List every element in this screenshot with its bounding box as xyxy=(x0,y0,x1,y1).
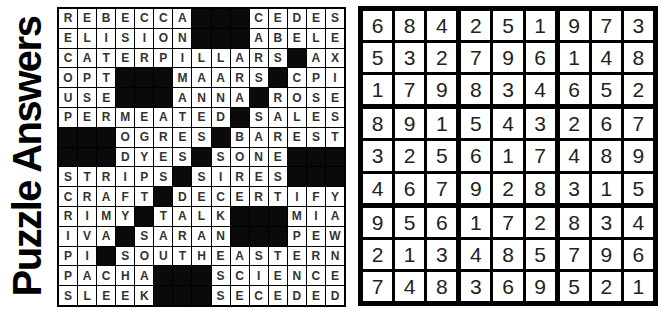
sudoku-cell: 5 xyxy=(526,240,555,269)
crossword-letter-cell: H xyxy=(192,247,210,266)
crossword-letter-cell: E xyxy=(307,227,325,246)
crossword-letter-cell: O xyxy=(154,29,172,48)
sudoku-cell: 2 xyxy=(526,208,555,237)
sudoku-cell: 2 xyxy=(427,43,456,72)
crossword-letter-cell: D xyxy=(326,286,344,305)
crossword-letter-cell: C xyxy=(231,266,249,285)
crossword-letter-cell: R xyxy=(59,207,77,226)
crossword-letter-cell: L xyxy=(78,29,96,48)
crossword-letter-cell: E xyxy=(192,187,210,206)
crossword-block-cell xyxy=(231,227,249,246)
sudoku-cell: 6 xyxy=(526,43,555,72)
sudoku-cell: 9 xyxy=(592,240,621,269)
crossword-letter-cell: A xyxy=(250,29,268,48)
crossword-block-cell xyxy=(59,148,77,167)
crossword-letter-cell: A xyxy=(231,49,249,68)
crossword-letter-cell: R xyxy=(97,108,115,127)
crossword-block-cell xyxy=(97,247,115,266)
crossword-block-cell xyxy=(192,148,210,167)
crossword-letter-cell: R xyxy=(78,187,96,206)
crossword-letter-cell: I xyxy=(97,29,115,48)
crossword-letter-cell: P xyxy=(59,108,77,127)
sudoku-cell: 5 xyxy=(592,75,621,104)
crossword-letter-cell: R xyxy=(173,227,191,246)
crossword-letter-cell: O xyxy=(135,247,153,266)
crossword-block-cell xyxy=(288,49,306,68)
crossword-letter-cell: I xyxy=(78,247,96,266)
crossword-letter-cell: L xyxy=(288,108,306,127)
crossword-letter-cell: S xyxy=(307,88,325,107)
crossword-letter-cell: S xyxy=(192,128,210,147)
crossword-letter-cell: S xyxy=(154,167,172,186)
crossword-block-cell xyxy=(154,286,172,305)
crossword-letter-cell: A xyxy=(78,266,96,285)
crossword-letter-cell: A xyxy=(97,227,115,246)
crossword-block-cell xyxy=(192,266,210,285)
crossword-block-cell xyxy=(192,9,210,28)
crossword-letter-cell: N xyxy=(250,148,268,167)
crossword-letter-cell: S xyxy=(269,49,287,68)
crossword-letter-cell: E xyxy=(326,29,344,48)
sudoku-cell: 4 xyxy=(592,43,621,72)
crossword-letter-cell: F xyxy=(307,187,325,206)
sudoku-cell: 8 xyxy=(526,174,555,203)
sudoku-cell: 8 xyxy=(461,75,490,104)
crossword-letter-cell: K xyxy=(212,207,230,226)
crossword-block-cell xyxy=(269,207,287,226)
crossword-letter-cell: I xyxy=(78,207,96,226)
crossword-letter-cell: C xyxy=(59,187,77,206)
crossword-letter-cell: P xyxy=(307,68,325,87)
sudoku-cell: 8 xyxy=(363,109,392,138)
crossword-letter-cell: A xyxy=(307,49,325,68)
sudoku-cell: 7 xyxy=(592,11,621,40)
crossword-letter-cell: M xyxy=(173,68,191,87)
crossword-letter-cell: C xyxy=(97,266,115,285)
crossword-letter-cell: E xyxy=(212,247,230,266)
crossword-letter-cell: E xyxy=(97,88,115,107)
crossword-letter-cell: A xyxy=(135,266,153,285)
sudoku-cell: 3 xyxy=(624,11,653,40)
sudoku-grid: 6845321792517968349731486528913254675436… xyxy=(358,6,658,306)
crossword-letter-cell: A xyxy=(192,227,210,246)
crossword-letter-cell: K xyxy=(135,286,153,305)
crossword-block-cell xyxy=(326,148,344,167)
crossword-letter-cell: S xyxy=(250,108,268,127)
crossword-block-cell xyxy=(269,68,287,87)
sudoku-cell: 6 xyxy=(461,141,490,170)
crossword-letter-cell: A xyxy=(78,49,96,68)
sudoku-cell: 2 xyxy=(395,141,424,170)
crossword-letter-cell: C xyxy=(135,9,153,28)
crossword-letter-cell: C xyxy=(250,9,268,28)
crossword-block-cell xyxy=(154,88,172,107)
sudoku-cell: 5 xyxy=(560,272,589,301)
crossword-letter-cell: M xyxy=(288,207,306,226)
crossword-letter-cell: A xyxy=(231,88,249,107)
crossword-letter-cell: A xyxy=(173,9,191,28)
sudoku-cell: 6 xyxy=(624,240,653,269)
crossword-letter-cell: R xyxy=(59,9,77,28)
sudoku-box: 267489315 xyxy=(560,109,653,202)
sudoku-cell: 7 xyxy=(395,75,424,104)
crossword-letter-cell: I xyxy=(307,207,325,226)
crossword-letter-cell: I xyxy=(250,266,268,285)
crossword-block-cell xyxy=(173,286,191,305)
sudoku-cell: 8 xyxy=(493,240,522,269)
crossword-letter-cell: S xyxy=(59,286,77,305)
sudoku-cell: 6 xyxy=(427,208,456,237)
crossword-letter-cell: R xyxy=(231,68,249,87)
crossword-letter-cell: E xyxy=(59,29,77,48)
crossword-block-cell xyxy=(173,167,191,186)
crossword-letter-cell: W xyxy=(326,227,344,246)
page-title-wrap: Puzzle Answers xyxy=(0,0,56,313)
crossword-letter-cell: R xyxy=(269,128,287,147)
crossword-block-cell xyxy=(135,88,153,107)
sudoku-cell: 4 xyxy=(363,174,392,203)
crossword-letter-cell: C xyxy=(212,187,230,206)
crossword-letter-cell: P xyxy=(288,227,306,246)
crossword-block-cell xyxy=(212,29,230,48)
crossword-letter-cell: L xyxy=(78,286,96,305)
crossword-block-cell xyxy=(78,128,96,147)
crossword-block-cell xyxy=(59,128,77,147)
crossword-block-cell xyxy=(231,108,249,127)
sudoku-cell: 7 xyxy=(526,141,555,170)
crossword-letter-cell: Y xyxy=(326,187,344,206)
sudoku-cell: 9 xyxy=(427,75,456,104)
crossword-letter-cell: S xyxy=(59,167,77,186)
crossword-letter-cell: D xyxy=(288,286,306,305)
crossword-letter-cell: L xyxy=(307,29,325,48)
sudoku-cell: 7 xyxy=(363,272,392,301)
sudoku-cell: 6 xyxy=(592,109,621,138)
crossword-letter-cell: C xyxy=(250,286,268,305)
crossword-block-cell xyxy=(250,207,268,226)
crossword-block-cell xyxy=(288,148,306,167)
crossword-letter-cell: P xyxy=(59,266,77,285)
crossword-letter-cell: E xyxy=(116,286,134,305)
crossword-letter-cell: C xyxy=(288,68,306,87)
crossword-letter-cell: I xyxy=(212,167,230,186)
crossword-letter-cell: L xyxy=(212,49,230,68)
crossword-letter-cell: D xyxy=(173,187,191,206)
sudoku-cell: 7 xyxy=(461,43,490,72)
crossword-block-cell xyxy=(231,207,249,226)
crossword-block-cell xyxy=(116,68,134,87)
crossword-letter-cell: E xyxy=(78,108,96,127)
crossword-letter-cell: T xyxy=(269,247,287,266)
crossword-letter-cell: D xyxy=(212,108,230,127)
crossword-letter-cell: N xyxy=(192,88,210,107)
crossword-letter-cell: T xyxy=(326,128,344,147)
sudoku-cell: 5 xyxy=(624,174,653,203)
sudoku-cell: 9 xyxy=(526,272,555,301)
sudoku-cell: 5 xyxy=(493,11,522,40)
sudoku-cell: 9 xyxy=(395,109,424,138)
crossword-letter-cell: I xyxy=(59,227,77,246)
sudoku-cell: 2 xyxy=(461,11,490,40)
crossword-block-cell xyxy=(288,167,306,186)
sudoku-cell: 1 xyxy=(461,208,490,237)
crossword-letter-cell: E xyxy=(116,49,134,68)
crossword-letter-cell: Y xyxy=(116,207,134,226)
sudoku-cell: 6 xyxy=(560,75,589,104)
crossword-block-cell xyxy=(154,266,172,285)
crossword-letter-cell: O xyxy=(59,68,77,87)
crossword-letter-cell: E xyxy=(231,286,249,305)
crossword-letter-cell: T xyxy=(78,167,96,186)
crossword-letter-cell: S xyxy=(192,167,210,186)
crossword-letter-cell: B xyxy=(269,29,287,48)
crossword-letter-cell: L xyxy=(192,49,210,68)
sudoku-box: 973148652 xyxy=(560,11,653,104)
crossword-letter-cell: S xyxy=(326,108,344,127)
crossword-letter-cell: A xyxy=(326,207,344,226)
crossword-letter-cell: E xyxy=(269,148,287,167)
sudoku-box: 684532179 xyxy=(363,11,456,104)
crossword-grid: REBECCACEDESELISIONABELECATERPILLARSAXOP… xyxy=(57,7,346,307)
sudoku-cell: 1 xyxy=(560,43,589,72)
sudoku-cell: 1 xyxy=(427,109,456,138)
sudoku-cell: 8 xyxy=(427,272,456,301)
crossword-block-cell xyxy=(97,128,115,147)
crossword-letter-cell: X xyxy=(326,49,344,68)
crossword-letter-cell: C xyxy=(59,49,77,68)
sudoku-cell: 9 xyxy=(560,11,589,40)
crossword-letter-cell: S xyxy=(135,227,153,246)
sudoku-cell: 1 xyxy=(592,174,621,203)
crossword-block-cell xyxy=(307,148,325,167)
crossword-block-cell xyxy=(116,227,134,246)
crossword-letter-cell: E xyxy=(78,9,96,28)
crossword-letter-cell: E xyxy=(97,286,115,305)
sudoku-cell: 4 xyxy=(493,109,522,138)
sudoku-cell: 9 xyxy=(493,43,522,72)
crossword-block-cell xyxy=(192,29,210,48)
sudoku-box: 891325467 xyxy=(363,109,456,202)
crossword-letter-cell: A xyxy=(192,68,210,87)
sudoku-cell: 9 xyxy=(624,141,653,170)
crossword-letter-cell: S xyxy=(307,128,325,147)
crossword-block-cell xyxy=(250,88,268,107)
crossword-letter-cell: G xyxy=(135,128,153,147)
crossword-letter-cell: I xyxy=(116,167,134,186)
sudoku-box: 834796521 xyxy=(560,208,653,301)
sudoku-cell: 6 xyxy=(395,174,424,203)
crossword-letter-cell: T xyxy=(135,187,153,206)
sudoku-cell: 5 xyxy=(395,208,424,237)
crossword-letter-cell: E xyxy=(269,9,287,28)
crossword-letter-cell: C xyxy=(307,266,325,285)
sudoku-cell: 1 xyxy=(363,75,392,104)
sudoku-cell: 6 xyxy=(363,11,392,40)
crossword-letter-cell: R xyxy=(250,187,268,206)
crossword-block-cell xyxy=(269,227,287,246)
crossword-letter-cell: V xyxy=(78,227,96,246)
crossword-letter-cell: S xyxy=(250,68,268,87)
crossword-block-cell xyxy=(192,286,210,305)
crossword-letter-cell: P xyxy=(78,68,96,87)
crossword-letter-cell: S xyxy=(212,266,230,285)
crossword-letter-cell: I xyxy=(326,68,344,87)
crossword-letter-cell: S xyxy=(116,29,134,48)
sudoku-cell: 4 xyxy=(461,240,490,269)
crossword-letter-cell: N xyxy=(326,247,344,266)
crossword-block-cell xyxy=(231,9,249,28)
crossword-letter-cell: T xyxy=(97,49,115,68)
crossword-letter-cell: R xyxy=(97,167,115,186)
crossword-letter-cell: C xyxy=(154,9,172,28)
crossword-letter-cell: N xyxy=(212,227,230,246)
sudoku-cell: 7 xyxy=(493,208,522,237)
crossword-letter-cell: A xyxy=(173,207,191,226)
crossword-letter-cell: D xyxy=(116,148,134,167)
crossword-block-cell xyxy=(212,128,230,147)
sudoku-cell: 1 xyxy=(493,141,522,170)
sudoku-cell: 8 xyxy=(624,43,653,72)
sudoku-cell: 3 xyxy=(560,174,589,203)
sudoku-cell: 2 xyxy=(624,75,653,104)
crossword-block-cell xyxy=(173,266,191,285)
sudoku-cell: 3 xyxy=(526,109,555,138)
sudoku-cell: 7 xyxy=(560,240,589,269)
crossword-letter-cell: S xyxy=(212,148,230,167)
crossword-letter-cell: N xyxy=(288,266,306,285)
crossword-letter-cell: L xyxy=(192,207,210,226)
crossword-letter-cell: O xyxy=(116,128,134,147)
crossword-letter-cell: E xyxy=(173,128,191,147)
crossword-letter-cell: E xyxy=(307,9,325,28)
crossword-letter-cell: E xyxy=(116,9,134,28)
sudoku-cell: 5 xyxy=(363,43,392,72)
crossword-letter-cell: R xyxy=(231,167,249,186)
sudoku-cell: 3 xyxy=(395,43,424,72)
crossword-block-cell xyxy=(135,68,153,87)
crossword-letter-cell: E xyxy=(288,247,306,266)
sudoku-box: 251796834 xyxy=(461,11,554,104)
crossword-letter-cell: A xyxy=(97,187,115,206)
crossword-letter-cell: E xyxy=(288,128,306,147)
crossword-letter-cell: S xyxy=(269,167,287,186)
crossword-letter-cell: A xyxy=(269,108,287,127)
sudoku-cell: 4 xyxy=(526,75,555,104)
sudoku-cell: 8 xyxy=(395,11,424,40)
crossword-letter-cell: B xyxy=(97,9,115,28)
crossword-letter-cell: E xyxy=(135,108,153,127)
crossword-letter-cell: S xyxy=(116,247,134,266)
crossword-letter-cell: S xyxy=(173,148,191,167)
crossword-letter-cell: T xyxy=(173,247,191,266)
crossword-letter-cell: F xyxy=(116,187,134,206)
crossword-letter-cell: R xyxy=(154,128,172,147)
crossword-letter-cell: A xyxy=(212,68,230,87)
sudoku-cell: 9 xyxy=(363,208,392,237)
crossword-letter-cell: N xyxy=(212,88,230,107)
crossword-letter-cell: I xyxy=(173,49,191,68)
crossword-block-cell xyxy=(154,187,172,206)
crossword-letter-cell: E xyxy=(269,266,287,285)
crossword-letter-cell: O xyxy=(288,88,306,107)
crossword-letter-cell: N xyxy=(173,29,191,48)
sudoku-cell: 4 xyxy=(427,11,456,40)
crossword-letter-cell: B xyxy=(231,128,249,147)
crossword-block-cell xyxy=(250,227,268,246)
crossword-letter-cell: P xyxy=(154,49,172,68)
sudoku-cell: 3 xyxy=(363,141,392,170)
crossword-letter-cell: O xyxy=(231,148,249,167)
crossword-block-cell xyxy=(326,167,344,186)
crossword-letter-cell: R xyxy=(135,49,153,68)
sudoku-cell: 1 xyxy=(526,11,555,40)
crossword-letter-cell: M xyxy=(97,207,115,226)
crossword-letter-cell: E xyxy=(307,286,325,305)
sudoku-cell: 1 xyxy=(624,272,653,301)
crossword-letter-cell: I xyxy=(288,187,306,206)
crossword-letter-cell: E xyxy=(231,187,249,206)
crossword-letter-cell: R xyxy=(250,49,268,68)
crossword-letter-cell: E xyxy=(326,88,344,107)
sudoku-cell: 3 xyxy=(493,75,522,104)
crossword-letter-cell: D xyxy=(288,9,306,28)
crossword-letter-cell: P xyxy=(135,167,153,186)
crossword-block-cell xyxy=(97,148,115,167)
sudoku-cell: 3 xyxy=(427,240,456,269)
sudoku-cell: 7 xyxy=(427,174,456,203)
sudoku-cell: 5 xyxy=(461,109,490,138)
sudoku-cell: 2 xyxy=(592,272,621,301)
crossword-letter-cell: R xyxy=(307,247,325,266)
crossword-letter-cell: T xyxy=(269,187,287,206)
crossword-letter-cell: T xyxy=(97,68,115,87)
crossword-letter-cell: S xyxy=(212,286,230,305)
crossword-block-cell xyxy=(307,167,325,186)
sudoku-cell: 1 xyxy=(395,240,424,269)
crossword-letter-cell: U xyxy=(59,88,77,107)
crossword-letter-cell: H xyxy=(116,266,134,285)
crossword-letter-cell: S xyxy=(326,9,344,28)
sudoku-cell: 4 xyxy=(560,141,589,170)
crossword-letter-cell: P xyxy=(59,247,77,266)
crossword-letter-cell: U xyxy=(154,247,172,266)
sudoku-cell: 8 xyxy=(560,208,589,237)
crossword-letter-cell: E xyxy=(250,167,268,186)
sudoku-box: 956213748 xyxy=(363,208,456,301)
sudoku-cell: 4 xyxy=(395,272,424,301)
crossword-letter-cell: A xyxy=(231,247,249,266)
sudoku-cell: 2 xyxy=(560,109,589,138)
sudoku-box: 172485369 xyxy=(461,208,554,301)
crossword-block-cell xyxy=(212,9,230,28)
page: Puzzle Answers REBECCACEDESELISIONABELEC… xyxy=(0,0,662,313)
crossword-letter-cell: A xyxy=(154,227,172,246)
crossword-letter-cell: Y xyxy=(135,148,153,167)
crossword-letter-cell: A xyxy=(250,128,268,147)
sudoku-cell: 7 xyxy=(624,109,653,138)
crossword-letter-cell: E xyxy=(192,108,210,127)
crossword-letter-cell: M xyxy=(116,108,134,127)
crossword-letter-cell: S xyxy=(78,88,96,107)
sudoku-cell: 5 xyxy=(427,141,456,170)
crossword-letter-cell: R xyxy=(269,88,287,107)
crossword-letter-cell: T xyxy=(154,207,172,226)
crossword-letter-cell: E xyxy=(154,148,172,167)
sudoku-cell: 4 xyxy=(624,208,653,237)
sudoku-cell: 6 xyxy=(493,272,522,301)
crossword-letter-cell: E xyxy=(326,266,344,285)
page-title: Puzzle Answers xyxy=(6,17,51,297)
